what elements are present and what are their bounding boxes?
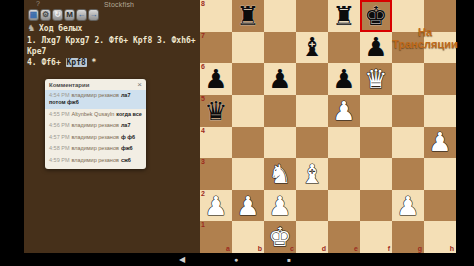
watermark-line2: Трансляции <box>376 38 474 50</box>
square-e6[interactable]: ♟ <box>328 63 360 95</box>
square-d6[interactable] <box>296 63 328 95</box>
move-list[interactable]: 1. Лxg7 Крxg7 2. Фf6+ Крf8 3. Фxh6+ Кре7… <box>27 35 199 68</box>
redo-move-button[interactable]: → <box>88 9 99 21</box>
square-h4[interactable]: ♟ <box>424 127 456 159</box>
flip-board-icon: ↻ <box>54 11 61 19</box>
white-king[interactable]: ♚ <box>268 224 291 250</box>
comment-time: 4:58 PM <box>49 145 69 151</box>
rank-label-6: 6 <box>201 63 205 71</box>
comment-author: владимир резанов <box>71 157 118 163</box>
file-label-b: b <box>258 245 262 253</box>
square-b2[interactable]: ♟ <box>232 190 264 222</box>
black-bishop[interactable]: ♝ <box>300 34 323 60</box>
square-f6[interactable]: ♛ <box>360 63 392 95</box>
rank-label-5: 5 <box>201 95 205 103</box>
square-c7[interactable] <box>264 32 296 64</box>
comment-item[interactable]: 4:55 PMAltynbek Qusaylnкогда все <box>45 109 146 120</box>
square-b8[interactable]: ♜ <box>232 0 264 32</box>
nav-back-icon[interactable]: ◀ <box>176 253 188 266</box>
comment-item[interactable]: 4:59 PMвладимир резановсж6 <box>45 155 146 166</box>
black-rook[interactable]: ♜ <box>332 3 355 29</box>
square-b7[interactable] <box>232 32 264 64</box>
square-h1[interactable]: h <box>424 221 456 253</box>
engine-icon: ♞ <box>27 24 36 33</box>
moves-line2-pre[interactable]: 4. Фf6+ <box>27 58 66 67</box>
square-f1[interactable]: f <box>360 221 392 253</box>
square-f2[interactable] <box>360 190 392 222</box>
comment-text: сж6 <box>121 157 131 163</box>
rank-label-4: 4 <box>201 127 205 135</box>
comment-item[interactable]: 4:54 PMвладимир резановла7 потом фж6 <box>45 90 146 109</box>
square-g6[interactable] <box>392 63 424 95</box>
square-b3[interactable] <box>232 158 264 190</box>
comments-title: Комментарии <box>49 82 89 88</box>
square-c6[interactable]: ♟ <box>264 63 296 95</box>
comment-time: 4:56 PM <box>49 122 69 128</box>
square-e8[interactable]: ♜ <box>328 0 360 32</box>
file-label-e: e <box>354 245 358 253</box>
comment-text: фж6 <box>121 145 133 151</box>
square-c1[interactable]: c♚ <box>264 221 296 253</box>
window-title: Stockfish <box>104 1 134 8</box>
square-e3[interactable] <box>328 158 360 190</box>
square-b4[interactable] <box>232 127 264 159</box>
square-a7[interactable]: 7 <box>200 32 232 64</box>
status-row: ♞ Ход белых <box>27 24 82 33</box>
square-f5[interactable] <box>360 95 392 127</box>
comment-text: когда все <box>116 111 142 117</box>
comment-text: ла7 <box>121 122 131 128</box>
square-e5[interactable]: ♟ <box>328 95 360 127</box>
file-label-g: g <box>418 245 422 253</box>
help-icon[interactable]: ? <box>36 0 40 7</box>
square-c2[interactable]: ♟ <box>264 190 296 222</box>
white-pawn[interactable]: ♟ <box>204 193 227 219</box>
square-d7[interactable]: ♝ <box>296 32 328 64</box>
black-pawn[interactable]: ♟ <box>204 66 227 92</box>
comment-item[interactable]: 4:58 PMвладимир резановфж6 <box>45 143 146 154</box>
android-nav-bar: ◀ ● ■ <box>0 253 474 266</box>
square-a3[interactable]: 3 <box>200 158 232 190</box>
file-label-f: f <box>388 245 390 253</box>
square-c5[interactable] <box>264 95 296 127</box>
square-a2[interactable]: 2♟ <box>200 190 232 222</box>
square-g1[interactable]: g <box>392 221 424 253</box>
square-h2[interactable] <box>424 190 456 222</box>
black-queen[interactable]: ♛ <box>204 98 227 124</box>
square-h5[interactable] <box>424 95 456 127</box>
square-c3[interactable]: ♞ <box>264 158 296 190</box>
square-e2[interactable] <box>328 190 360 222</box>
nav-home-icon[interactable]: ● <box>230 253 242 266</box>
nav-recents-icon[interactable]: ■ <box>283 253 295 266</box>
square-e7[interactable] <box>328 32 360 64</box>
square-g3[interactable] <box>392 158 424 190</box>
rank-label-1: 1 <box>201 221 205 229</box>
rank-label-8: 8 <box>201 0 205 8</box>
square-a1[interactable]: 1a <box>200 221 232 253</box>
white-queen[interactable]: ♛ <box>364 66 387 92</box>
comment-item[interactable]: 4:56 PMвладимир резановла7 <box>45 120 146 131</box>
white-pawn[interactable]: ♟ <box>332 98 355 124</box>
settings-icon: ⚙ <box>42 11 49 19</box>
square-h3[interactable] <box>424 158 456 190</box>
file-label-c: c <box>290 245 294 253</box>
comment-time: 4:57 PM <box>49 134 69 140</box>
flip-board-button[interactable]: ↻ <box>52 9 63 21</box>
square-g2[interactable]: ♟ <box>392 190 424 222</box>
undo-move-icon: ← <box>78 11 86 19</box>
toolbar: ▦⚙↻M←→ <box>28 9 99 21</box>
watermark-line1: На <box>376 26 474 38</box>
square-f3[interactable] <box>360 158 392 190</box>
square-b1[interactable]: b <box>232 221 264 253</box>
comments-dialog: Комментарии × 4:54 PMвладимир резановла7… <box>45 79 146 169</box>
square-a4[interactable]: 4 <box>200 127 232 159</box>
square-b5[interactable] <box>232 95 264 127</box>
white-pawn[interactable]: ♟ <box>396 193 419 219</box>
black-pawn[interactable]: ♟ <box>332 66 355 92</box>
undo-move-button[interactable]: ← <box>76 9 87 21</box>
current-move[interactable]: Крf8 <box>66 58 87 67</box>
square-g5[interactable] <box>392 95 424 127</box>
white-pawn[interactable]: ♟ <box>428 129 451 155</box>
black-king[interactable]: ♚ <box>364 3 387 29</box>
moves-line2-post: * <box>87 58 97 67</box>
square-d3[interactable]: ♝ <box>296 158 328 190</box>
settings-button[interactable]: ⚙ <box>40 9 51 21</box>
comment-author: владимир резанов <box>71 145 118 151</box>
square-a8[interactable]: 8 <box>200 0 232 32</box>
comment-time: 4:59 PM <box>49 157 69 163</box>
square-d5[interactable] <box>296 95 328 127</box>
comments-list: 4:54 PMвладимир резановла7 потом фж64:55… <box>45 90 146 166</box>
square-a6[interactable]: 6♟ <box>200 63 232 95</box>
square-d2[interactable] <box>296 190 328 222</box>
square-d1[interactable]: d <box>296 221 328 253</box>
new-board-button[interactable]: ▦ <box>28 9 39 21</box>
square-d8[interactable] <box>296 0 328 32</box>
new-board-icon: ▦ <box>30 11 38 19</box>
square-e4[interactable] <box>328 127 360 159</box>
square-d4[interactable] <box>296 127 328 159</box>
square-c8[interactable] <box>264 0 296 32</box>
move-list-icon: M <box>66 11 73 19</box>
comment-time: 4:54 PM <box>49 92 69 98</box>
close-icon[interactable]: × <box>137 82 142 88</box>
comment-text: ф ф6 <box>121 134 135 140</box>
comment-author: владимир резанов <box>71 92 118 98</box>
move-list-button[interactable]: M <box>64 9 75 21</box>
comment-author: владимир резанов <box>71 134 118 140</box>
comment-author: владимир резанов <box>71 122 118 128</box>
file-label-a: a <box>226 245 230 253</box>
square-f4[interactable] <box>360 127 392 159</box>
comments-header: Комментарии × <box>45 81 146 90</box>
moves-line1[interactable]: 1. Лxg7 Крxg7 2. Фf6+ Крf8 3. Фxh6+ Кре7 <box>27 36 200 56</box>
square-b6[interactable] <box>232 63 264 95</box>
comment-author: Altynbek Qusayln <box>71 111 114 117</box>
square-c4[interactable] <box>264 127 296 159</box>
white-bishop[interactable]: ♝ <box>300 161 323 187</box>
rank-label-2: 2 <box>201 190 205 198</box>
comment-time: 4:55 PM <box>49 111 69 117</box>
redo-move-icon: → <box>90 11 98 19</box>
square-e1[interactable]: e <box>328 221 360 253</box>
white-pawn[interactable]: ♟ <box>236 193 259 219</box>
file-label-h: h <box>450 245 454 253</box>
broadcast-watermark: На Трансляции <box>376 26 474 50</box>
white-pawn[interactable]: ♟ <box>268 193 291 219</box>
turn-indicator: Ход белых <box>39 24 82 33</box>
rank-label-7: 7 <box>201 32 205 40</box>
square-h6[interactable] <box>424 63 456 95</box>
black-pawn[interactable]: ♟ <box>268 66 291 92</box>
white-knight[interactable]: ♞ <box>268 161 291 187</box>
square-a5[interactable]: 5♛ <box>200 95 232 127</box>
rank-label-3: 3 <box>201 158 205 166</box>
file-label-d: d <box>322 245 326 253</box>
black-rook[interactable]: ♜ <box>236 3 259 29</box>
square-g4[interactable] <box>392 127 424 159</box>
comment-item[interactable]: 4:57 PMвладимир резановф ф6 <box>45 132 146 143</box>
